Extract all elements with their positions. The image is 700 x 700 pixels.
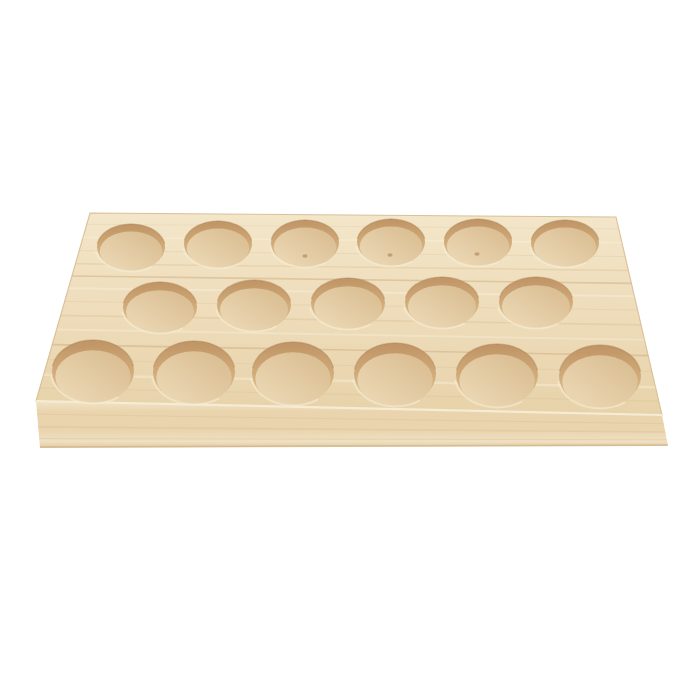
pit-bottom [534,228,597,267]
pit-bottom [408,285,476,328]
pit-bottom [502,285,570,328]
wooden-pit-board [0,0,700,700]
pit-bottom [126,290,194,333]
drill-mark [387,253,392,257]
pit-bottom [156,351,231,404]
pit-bottom [459,354,534,407]
pit-bottom [357,353,432,406]
pit-bottom [562,355,637,408]
pit-bottom [100,232,163,271]
product-photo-stage [0,0,700,700]
drill-mark [302,254,307,258]
pit-bottom [55,350,130,403]
pit-bottom [220,288,288,331]
pit-bottom [314,286,382,329]
pit-bottom [274,228,337,267]
pit-bottom [447,227,510,266]
pit-bottom [255,352,330,405]
pit-bottom [360,227,423,266]
drill-mark [474,252,479,256]
pit-bottom [187,229,250,268]
